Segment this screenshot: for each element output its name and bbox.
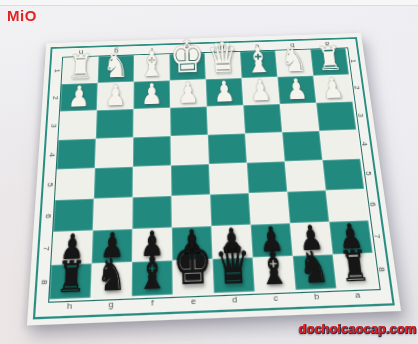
square-d5 (209, 163, 249, 195)
black-pawn-f7: ♟ (140, 226, 164, 261)
square-c4 (245, 132, 285, 163)
photo-background: hgfedcba1♜♞♝♚♛♝♞♜12♟♟♟♟♟♟♟♟2334455667♟♟♟… (0, 0, 418, 344)
black-pawn-e7: ♟ (180, 225, 204, 260)
square-b7: ♟ (290, 222, 333, 256)
square-b3 (280, 103, 319, 132)
square-c3 (243, 104, 282, 133)
board-frame: hgfedcba1♜♞♝♚♛♝♞♜12♟♟♟♟♟♟♟♟2334455667♟♟♟… (33, 37, 395, 319)
square-a3 (316, 102, 356, 131)
square-h7: ♟ (51, 230, 93, 265)
square-d2: ♟ (206, 78, 244, 106)
white-pawn-d2: ♟ (213, 77, 236, 106)
square-b2: ♟ (277, 76, 316, 104)
square-b8: ♞ (293, 254, 337, 290)
white-pawn-f2: ♟ (141, 79, 163, 108)
square-g8: ♞ (91, 262, 132, 298)
square-f5 (133, 165, 172, 197)
square-e5 (171, 164, 210, 196)
square-e2: ♟ (170, 79, 207, 108)
white-pawn-g2: ♟ (104, 81, 126, 110)
board-corner (52, 48, 64, 58)
square-h3 (58, 110, 96, 140)
square-d1: ♛ (205, 52, 242, 79)
file-label-bottom-h: h (48, 298, 90, 314)
file-label-bottom-g: g (90, 296, 132, 312)
square-a6 (326, 189, 369, 222)
square-c2: ♟ (242, 77, 280, 105)
square-h1: ♜ (62, 56, 99, 84)
square-f7: ♟ (132, 228, 172, 262)
square-e8: ♚ (172, 259, 214, 295)
white-pawn-e2: ♟ (177, 78, 199, 107)
square-d8: ♛ (213, 257, 255, 293)
file-label-bottom-a: a (336, 287, 379, 303)
square-d4 (208, 133, 247, 164)
black-pawn-d7: ♟ (219, 223, 244, 258)
square-g4 (95, 137, 133, 168)
square-a4 (319, 130, 360, 160)
square-a1: ♜ (310, 48, 349, 75)
board-corner (344, 39, 356, 48)
background-top-band (0, 0, 418, 6)
square-g6 (93, 197, 133, 230)
white-king-e1: ♚ (169, 34, 205, 81)
square-c5 (247, 161, 287, 193)
white-pawn-c2: ♟ (249, 76, 272, 105)
square-h8: ♜ (49, 263, 91, 299)
square-a2: ♟ (313, 74, 352, 102)
black-pawn-a7: ♟ (337, 219, 364, 254)
square-f3 (133, 108, 170, 138)
file-label-bottom-e: e (173, 293, 215, 309)
square-g5 (94, 167, 133, 199)
black-pawn-c7: ♟ (259, 222, 285, 257)
square-g3 (96, 109, 134, 139)
file-label-bottom-c: c (255, 290, 297, 306)
square-h5 (55, 168, 95, 200)
square-f6 (132, 196, 171, 229)
square-c8: ♝ (253, 256, 296, 292)
square-g2: ♟ (97, 82, 134, 111)
watermark-mio: MiO (7, 7, 37, 24)
square-b5 (285, 160, 326, 192)
square-c7: ♟ (251, 223, 293, 257)
black-pawn-b7: ♟ (298, 220, 325, 255)
square-e3 (170, 107, 208, 137)
square-g7: ♟ (92, 229, 133, 263)
chess-board: hgfedcba1♜♞♝♚♛♝♞♜12♟♟♟♟♟♟♟♟2334455667♟♟♟… (35, 39, 392, 315)
square-a8: ♜ (333, 253, 377, 288)
square-a7: ♟ (329, 220, 372, 254)
square-f8: ♝ (132, 260, 173, 296)
square-d7: ♟ (211, 225, 252, 259)
board-corner (35, 299, 49, 314)
white-pawn-h2: ♟ (68, 82, 91, 111)
square-g1: ♞ (98, 55, 134, 83)
white-pawn-a2: ♟ (320, 73, 345, 102)
white-pawn-b2: ♟ (285, 75, 309, 104)
square-b4 (282, 131, 322, 161)
square-f2: ♟ (133, 80, 170, 109)
square-b6 (287, 190, 329, 223)
chess-board-mat: hgfedcba1♜♞♝♚♛♝♞♜12♟♟♟♟♟♟♟♟2334455667♟♟♟… (27, 33, 401, 325)
square-e1: ♚ (169, 53, 205, 81)
square-e7: ♟ (172, 226, 213, 260)
file-label-bottom-f: f (132, 295, 173, 311)
square-d6 (210, 193, 251, 226)
square-a5 (322, 159, 364, 191)
black-pawn-g7: ♟ (100, 228, 124, 263)
file-label-bottom-d: d (214, 292, 256, 308)
square-f1: ♝ (134, 54, 170, 82)
square-f4 (133, 136, 171, 167)
square-e6 (171, 194, 211, 227)
square-b1: ♞ (275, 49, 313, 76)
square-h2: ♟ (60, 83, 98, 112)
square-c6 (249, 192, 290, 225)
square-c1: ♝ (240, 51, 277, 78)
board-corner (377, 286, 392, 301)
square-e4 (171, 135, 209, 166)
square-d3 (207, 105, 245, 134)
square-h4 (57, 139, 96, 170)
file-label-bottom-b: b (296, 288, 338, 304)
black-pawn-h7: ♟ (60, 229, 85, 264)
square-h6 (53, 199, 94, 232)
watermark-site: dochoicaocap.com (298, 321, 416, 336)
